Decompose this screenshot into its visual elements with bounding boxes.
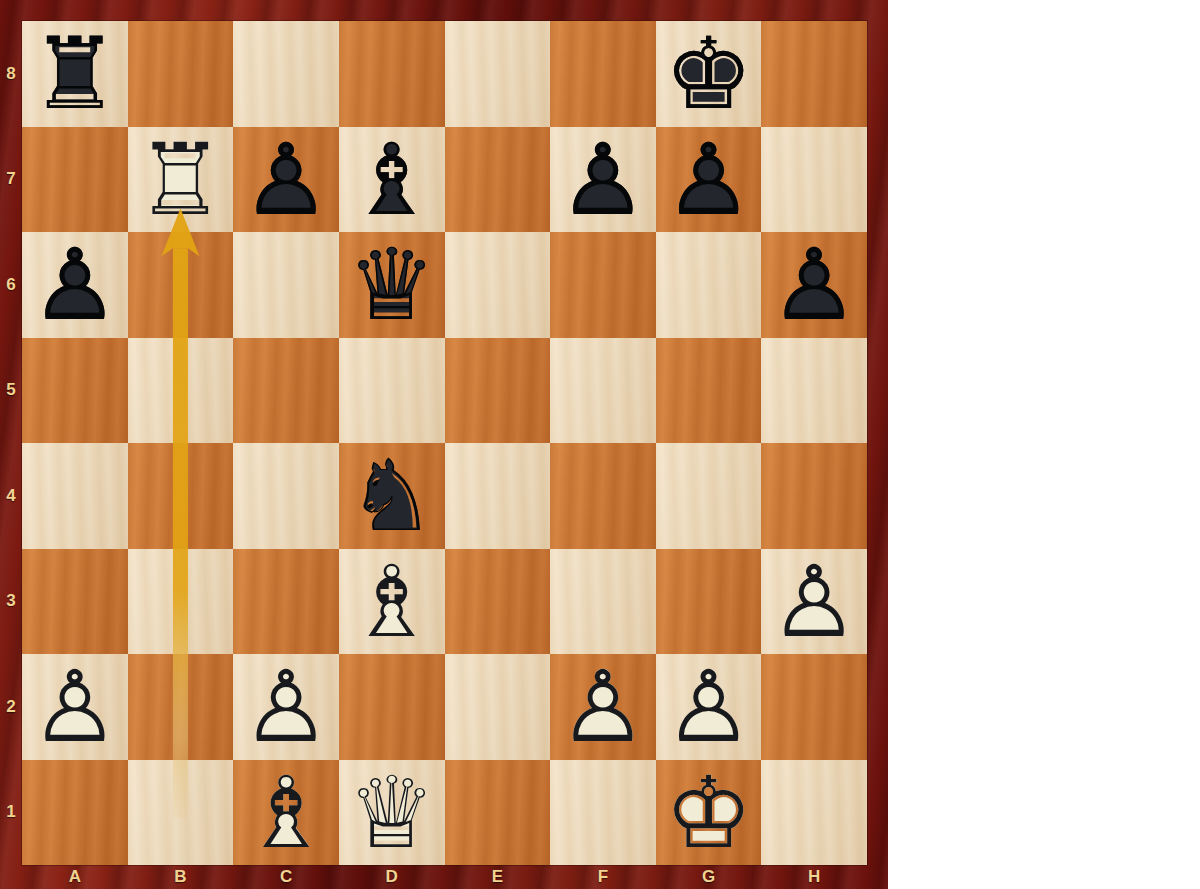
square-a6[interactable]: ♟♙ [22,232,128,338]
rank-label-5: 5 [0,338,22,444]
white-king-g1[interactable]: ♚♔ [656,760,762,866]
square-d2[interactable] [339,654,445,760]
square-b4[interactable] [128,443,234,549]
square-e6[interactable] [445,232,551,338]
square-e8[interactable] [445,21,551,127]
chess-board: ♜♖♚♔♜♖♟♙♝♗♟♙♟♙♟♙♛♕♟♙♞♘♝♗♟♙♟♙♟♙♟♙♟♙♝♗♛♕♚♔ [22,21,867,865]
white-pawn-f2[interactable]: ♟♙ [550,654,656,760]
square-b5[interactable] [128,338,234,444]
file-label-h: H [761,865,867,889]
file-label-a: A [22,865,128,889]
square-h2[interactable] [761,654,867,760]
square-e7[interactable] [445,127,551,233]
rank-label-6: 6 [0,232,22,338]
square-g8[interactable]: ♚♔ [656,21,762,127]
file-label-f: F [550,865,656,889]
square-a4[interactable] [22,443,128,549]
white-pawn-a2[interactable]: ♟♙ [22,654,128,760]
white-pawn-g2[interactable]: ♟♙ [656,654,762,760]
rank-label-8: 8 [0,21,22,127]
square-g2[interactable]: ♟♙ [656,654,762,760]
square-c8[interactable] [233,21,339,127]
square-a1[interactable] [22,760,128,866]
square-h7[interactable] [761,127,867,233]
rank-label-4: 4 [0,443,22,549]
black-knight-d4[interactable]: ♞♘ [339,443,445,549]
white-bishop-c1[interactable]: ♝♗ [233,760,339,866]
black-pawn-f7[interactable]: ♟♙ [550,127,656,233]
white-pawn-c2[interactable]: ♟♙ [233,654,339,760]
square-f6[interactable] [550,232,656,338]
square-f1[interactable] [550,760,656,866]
square-a7[interactable] [22,127,128,233]
file-labels: ABCDEFGH [22,865,867,889]
square-g4[interactable] [656,443,762,549]
square-d8[interactable] [339,21,445,127]
square-b7[interactable]: ♜♖ [128,127,234,233]
white-pawn-h3[interactable]: ♟♙ [761,549,867,655]
rank-label-7: 7 [0,127,22,233]
page-background: ♜♖♚♔♜♖♟♙♝♗♟♙♟♙♟♙♛♕♟♙♞♘♝♗♟♙♟♙♟♙♟♙♟♙♝♗♛♕♚♔… [0,0,1200,889]
square-h4[interactable] [761,443,867,549]
square-d5[interactable] [339,338,445,444]
square-h1[interactable] [761,760,867,866]
square-c1[interactable]: ♝♗ [233,760,339,866]
square-d4[interactable]: ♞♘ [339,443,445,549]
square-a2[interactable]: ♟♙ [22,654,128,760]
rank-label-3: 3 [0,549,22,655]
black-pawn-c7[interactable]: ♟♙ [233,127,339,233]
square-g3[interactable] [656,549,762,655]
square-e1[interactable] [445,760,551,866]
square-e3[interactable] [445,549,551,655]
square-f4[interactable] [550,443,656,549]
black-queen-d6[interactable]: ♛♕ [339,232,445,338]
square-a3[interactable] [22,549,128,655]
square-d1[interactable]: ♛♕ [339,760,445,866]
square-h5[interactable] [761,338,867,444]
square-c7[interactable]: ♟♙ [233,127,339,233]
square-d6[interactable]: ♛♕ [339,232,445,338]
square-a5[interactable] [22,338,128,444]
square-e5[interactable] [445,338,551,444]
black-rook-a8[interactable]: ♜♖ [22,21,128,127]
square-g7[interactable]: ♟♙ [656,127,762,233]
square-e2[interactable] [445,654,551,760]
square-f3[interactable] [550,549,656,655]
square-b1[interactable] [128,760,234,866]
square-f7[interactable]: ♟♙ [550,127,656,233]
file-label-e: E [445,865,551,889]
square-f8[interactable] [550,21,656,127]
square-f2[interactable]: ♟♙ [550,654,656,760]
square-a8[interactable]: ♜♖ [22,21,128,127]
black-pawn-h6[interactable]: ♟♙ [761,232,867,338]
rank-label-1: 1 [0,760,22,866]
square-h8[interactable] [761,21,867,127]
square-h3[interactable]: ♟♙ [761,549,867,655]
black-pawn-g7[interactable]: ♟♙ [656,127,762,233]
square-e4[interactable] [445,443,551,549]
rank-labels: 87654321 [0,21,22,865]
square-b6[interactable] [128,232,234,338]
square-c2[interactable]: ♟♙ [233,654,339,760]
square-b3[interactable] [128,549,234,655]
white-queen-d1[interactable]: ♛♕ [339,760,445,866]
square-c6[interactable] [233,232,339,338]
file-label-g: G [656,865,762,889]
black-bishop-d7[interactable]: ♝♗ [339,127,445,233]
square-g5[interactable] [656,338,762,444]
square-g1[interactable]: ♚♔ [656,760,762,866]
square-b2[interactable] [128,654,234,760]
rank-label-2: 2 [0,654,22,760]
board-frame: ♜♖♚♔♜♖♟♙♝♗♟♙♟♙♟♙♛♕♟♙♞♘♝♗♟♙♟♙♟♙♟♙♟♙♝♗♛♕♚♔… [0,0,888,889]
square-d7[interactable]: ♝♗ [339,127,445,233]
square-c5[interactable] [233,338,339,444]
square-g6[interactable] [656,232,762,338]
file-label-d: D [339,865,445,889]
white-bishop-d3[interactable]: ♝♗ [339,549,445,655]
black-pawn-a6[interactable]: ♟♙ [22,232,128,338]
square-h6[interactable]: ♟♙ [761,232,867,338]
square-c4[interactable] [233,443,339,549]
file-label-c: C [233,865,339,889]
file-label-b: B [128,865,234,889]
black-king-g8[interactable]: ♚♔ [656,21,762,127]
square-b8[interactable] [128,21,234,127]
square-c3[interactable] [233,549,339,655]
white-rook-b7[interactable]: ♜♖ [128,127,234,233]
square-d3[interactable]: ♝♗ [339,549,445,655]
square-f5[interactable] [550,338,656,444]
